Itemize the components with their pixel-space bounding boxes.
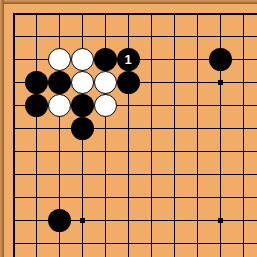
white-stone [94, 71, 117, 94]
intersection-3-2 [48, 25, 71, 48]
intersection-11-8 [232, 163, 255, 186]
intersection-10-3 [209, 48, 232, 71]
intersection-1-3 [2, 48, 25, 71]
black-stone [48, 209, 71, 232]
hoshi-point [218, 218, 223, 223]
black-stone [117, 71, 140, 94]
intersection-2-2 [25, 25, 48, 48]
intersection-10-6 [209, 117, 232, 140]
intersection-3-11 [48, 232, 71, 255]
intersection-9-10 [186, 209, 209, 232]
intersection-4-2 [71, 25, 94, 48]
intersection-3-10 [48, 209, 71, 232]
intersection-9-8 [186, 163, 209, 186]
intersection-2-5 [25, 94, 48, 117]
intersection-11-7 [232, 140, 255, 163]
intersection-5-5 [94, 94, 117, 117]
intersection-4-4 [71, 71, 94, 94]
intersection-11-3 [232, 48, 255, 71]
intersection-1-5 [2, 94, 25, 117]
intersection-4-8 [71, 163, 94, 186]
intersection-9-4 [186, 71, 209, 94]
intersection-2-10 [25, 209, 48, 232]
intersection-8-6 [163, 117, 186, 140]
intersection-5-7 [94, 140, 117, 163]
intersection-5-6 [94, 117, 117, 140]
intersection-4-5 [71, 94, 94, 117]
intersection-2-3 [25, 48, 48, 71]
intersection-6-11 [117, 232, 140, 255]
white-stone [48, 48, 71, 71]
intersection-3-1 [48, 2, 71, 25]
white-stone [48, 94, 71, 117]
intersection-1-11 [2, 232, 25, 255]
intersection-2-8 [25, 163, 48, 186]
intersection-6-2 [117, 25, 140, 48]
intersection-6-8 [117, 163, 140, 186]
go-board: 1 [2, 2, 255, 255]
intersection-2-9 [25, 186, 48, 209]
intersection-4-6 [71, 117, 94, 140]
intersection-2-4 [25, 71, 48, 94]
intersection-11-2 [232, 25, 255, 48]
intersection-1-2 [2, 25, 25, 48]
intersection-6-6 [117, 117, 140, 140]
intersection-11-5 [232, 94, 255, 117]
intersection-5-10 [94, 209, 117, 232]
intersection-1-9 [2, 186, 25, 209]
intersection-2-6 [25, 117, 48, 140]
intersection-1-10 [2, 209, 25, 232]
white-stone [94, 94, 117, 117]
intersection-5-1 [94, 2, 117, 25]
intersection-6-9 [117, 186, 140, 209]
black-stone [71, 117, 94, 140]
intersection-7-2 [140, 25, 163, 48]
intersection-10-5 [209, 94, 232, 117]
intersection-5-11 [94, 232, 117, 255]
intersection-10-2 [209, 25, 232, 48]
intersection-8-11 [163, 232, 186, 255]
intersection-9-11 [186, 232, 209, 255]
black-stone: 1 [117, 48, 140, 71]
intersection-4-9 [71, 186, 94, 209]
white-stone [71, 71, 94, 94]
intersection-8-5 [163, 94, 186, 117]
intersection-10-10 [209, 209, 232, 232]
intersection-4-7 [71, 140, 94, 163]
intersection-9-6 [186, 117, 209, 140]
intersection-7-3 [140, 48, 163, 71]
hoshi-point [80, 218, 85, 223]
intersection-10-7 [209, 140, 232, 163]
intersection-7-9 [140, 186, 163, 209]
intersection-9-5 [186, 94, 209, 117]
intersection-6-4 [117, 71, 140, 94]
intersection-10-9 [209, 186, 232, 209]
white-stone [71, 48, 94, 71]
intersection-7-7 [140, 140, 163, 163]
intersection-7-8 [140, 163, 163, 186]
intersection-8-1 [163, 2, 186, 25]
intersection-2-1 [25, 2, 48, 25]
intersection-1-8 [2, 163, 25, 186]
intersection-3-5 [48, 94, 71, 117]
black-stone [94, 48, 117, 71]
intersection-10-4 [209, 71, 232, 94]
intersection-7-5 [140, 94, 163, 117]
intersection-4-1 [71, 2, 94, 25]
intersection-7-10 [140, 209, 163, 232]
black-stone [71, 94, 94, 117]
intersection-9-2 [186, 25, 209, 48]
intersection-6-1 [117, 2, 140, 25]
intersection-6-7 [117, 140, 140, 163]
hoshi-point [218, 80, 223, 85]
intersection-1-7 [2, 140, 25, 163]
intersection-8-4 [163, 71, 186, 94]
intersection-11-10 [232, 209, 255, 232]
intersection-3-8 [48, 163, 71, 186]
intersection-4-11 [71, 232, 94, 255]
move-label-1: 1 [124, 53, 131, 66]
intersection-11-11 [232, 232, 255, 255]
intersection-8-8 [163, 163, 186, 186]
intersection-3-6 [48, 117, 71, 140]
intersection-3-9 [48, 186, 71, 209]
intersection-8-3 [163, 48, 186, 71]
intersection-9-7 [186, 140, 209, 163]
intersection-1-4 [2, 71, 25, 94]
intersection-1-6 [2, 117, 25, 140]
intersection-8-9 [163, 186, 186, 209]
intersection-10-8 [209, 163, 232, 186]
intersection-4-3 [71, 48, 94, 71]
intersection-6-10 [117, 209, 140, 232]
intersection-5-3 [94, 48, 117, 71]
intersection-5-2 [94, 25, 117, 48]
intersection-3-7 [48, 140, 71, 163]
intersection-1-1 [2, 2, 25, 25]
intersection-5-4 [94, 71, 117, 94]
intersection-4-10 [71, 209, 94, 232]
intersection-9-9 [186, 186, 209, 209]
intersection-8-7 [163, 140, 186, 163]
go-diagram: 1 [0, 0, 257, 257]
intersection-3-4 [48, 71, 71, 94]
intersection-6-3: 1 [117, 48, 140, 71]
black-stone [25, 71, 48, 94]
intersection-11-9 [232, 186, 255, 209]
intersection-5-9 [94, 186, 117, 209]
black-stone [48, 71, 71, 94]
intersection-7-4 [140, 71, 163, 94]
black-stone [25, 94, 48, 117]
intersection-5-8 [94, 163, 117, 186]
intersection-7-1 [140, 2, 163, 25]
intersection-7-6 [140, 117, 163, 140]
intersection-9-1 [186, 2, 209, 25]
intersection-11-4 [232, 71, 255, 94]
intersection-6-5 [117, 94, 140, 117]
intersection-7-11 [140, 232, 163, 255]
black-stone [209, 48, 232, 71]
intersection-3-3 [48, 48, 71, 71]
intersection-9-3 [186, 48, 209, 71]
intersection-11-6 [232, 117, 255, 140]
intersection-8-10 [163, 209, 186, 232]
intersection-2-7 [25, 140, 48, 163]
intersection-10-11 [209, 232, 232, 255]
intersection-8-2 [163, 25, 186, 48]
intersection-2-11 [25, 232, 48, 255]
intersection-11-1 [232, 2, 255, 25]
intersection-10-1 [209, 2, 232, 25]
